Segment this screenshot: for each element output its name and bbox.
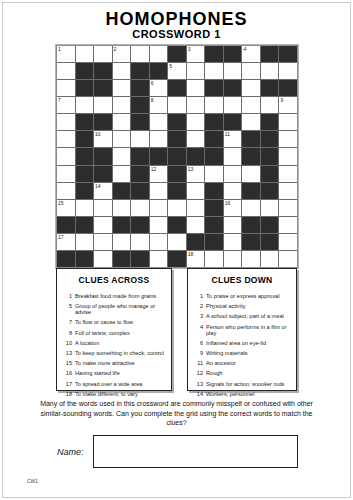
clue-number-label: 2 xyxy=(190,303,203,309)
white-cell[interactable] xyxy=(187,80,205,96)
white-cell[interactable] xyxy=(279,217,297,233)
across-clue-5: 5Group of people who manage or advise xyxy=(59,303,167,315)
black-cell xyxy=(261,183,279,199)
white-cell[interactable] xyxy=(76,97,94,113)
black-cell xyxy=(76,251,94,267)
clue-number-label: 5 xyxy=(59,303,72,315)
black-cell xyxy=(205,200,223,216)
white-cell[interactable] xyxy=(279,200,297,216)
white-cell[interactable] xyxy=(242,114,260,130)
black-cell xyxy=(187,148,205,164)
clue-text: Breakfast food made from grains xyxy=(75,293,167,299)
black-cell xyxy=(187,234,205,250)
clue-number: 6 xyxy=(151,80,154,86)
black-cell xyxy=(205,114,223,130)
down-clue-2: 2Physical activity xyxy=(190,303,292,309)
clue-number-label: 4 xyxy=(190,324,203,336)
white-cell[interactable] xyxy=(168,234,186,250)
clue-number-label: 17 xyxy=(59,381,72,387)
white-cell[interactable]: 17 xyxy=(57,234,75,250)
white-cell[interactable] xyxy=(150,217,168,233)
clue-number-label: 13 xyxy=(190,381,203,387)
white-cell[interactable]: 4 xyxy=(242,46,260,62)
down-clue-13: 13Signals for action; snooker rods xyxy=(190,381,292,387)
clues-down-panel: CLUES DOWN 1To praise or express approva… xyxy=(187,268,297,391)
white-cell[interactable]: 16 xyxy=(224,200,242,216)
white-cell[interactable] xyxy=(279,131,297,147)
white-cell[interactable]: 13 xyxy=(187,166,205,182)
white-cell[interactable] xyxy=(94,97,112,113)
clue-number-label: 11 xyxy=(190,360,203,366)
clue-text: Writing materials xyxy=(206,350,292,356)
black-cell xyxy=(242,131,260,147)
white-cell[interactable] xyxy=(279,183,297,199)
black-cell xyxy=(205,80,223,96)
across-clue-13: 13To keep something in check; control xyxy=(59,350,167,356)
white-cell[interactable] xyxy=(113,148,131,164)
clue-number: 5 xyxy=(169,63,172,69)
page-title: HOMOPHONES xyxy=(0,9,353,30)
black-cell xyxy=(94,148,112,164)
clue-text: To praise or express approval xyxy=(206,293,292,299)
black-cell xyxy=(131,97,149,113)
white-cell[interactable] xyxy=(279,148,297,164)
clue-text: Group of people who manage or advise xyxy=(75,303,167,315)
black-cell xyxy=(261,148,279,164)
white-cell[interactable] xyxy=(76,46,94,62)
white-cell[interactable] xyxy=(224,166,242,182)
white-cell[interactable] xyxy=(224,217,242,233)
white-cell[interactable] xyxy=(261,251,279,267)
white-cell[interactable] xyxy=(224,148,242,164)
white-cell[interactable]: 15 xyxy=(57,200,75,216)
white-cell[interactable] xyxy=(261,63,279,79)
clue-number-label: 15 xyxy=(59,360,72,366)
clue-text: Person who performs in a film or play xyxy=(206,324,292,336)
white-cell[interactable] xyxy=(131,234,149,250)
white-cell[interactable] xyxy=(113,114,131,130)
clue-number-label: 1 xyxy=(190,293,203,299)
white-cell[interactable] xyxy=(150,251,168,267)
black-cell xyxy=(242,217,260,233)
black-cell xyxy=(168,114,186,130)
name-input-box[interactable] xyxy=(93,435,298,468)
white-cell[interactable]: 5 xyxy=(168,63,186,79)
clue-text: An ancestor xyxy=(206,360,292,366)
clue-number-label: 13 xyxy=(59,350,72,356)
black-cell xyxy=(76,148,94,164)
clue-number: 13 xyxy=(188,166,194,172)
down-clue-4: 4Person who performs in a film or play xyxy=(190,324,292,336)
clue-number: 11 xyxy=(225,131,230,137)
clues-down-list: 1To praise or express approval2Physical … xyxy=(188,293,296,397)
black-cell xyxy=(168,131,186,147)
black-cell xyxy=(76,114,94,130)
black-cell xyxy=(261,114,279,130)
white-cell[interactable] xyxy=(187,114,205,130)
white-cell[interactable]: 11 xyxy=(224,131,242,147)
black-cell xyxy=(76,217,94,233)
black-cell xyxy=(205,46,223,62)
white-cell[interactable] xyxy=(57,166,75,182)
clue-number: 7 xyxy=(58,97,61,103)
white-cell[interactable]: 10 xyxy=(94,131,112,147)
white-cell[interactable] xyxy=(76,234,94,250)
white-cell[interactable] xyxy=(150,183,168,199)
white-cell[interactable] xyxy=(131,131,149,147)
white-cell[interactable] xyxy=(94,46,112,62)
down-clue-1: 1To praise or express approval xyxy=(190,293,292,299)
white-cell[interactable]: 2 xyxy=(113,46,131,62)
white-cell[interactable] xyxy=(279,251,297,267)
black-cell xyxy=(131,166,149,182)
across-clue-16: 16Having started life xyxy=(59,370,167,376)
black-cell xyxy=(224,114,242,130)
black-cell xyxy=(168,166,186,182)
white-cell[interactable] xyxy=(168,200,186,216)
down-clue-14: 14Workers, personnel xyxy=(190,391,292,397)
instructions-text: Many of the words used in this crossword… xyxy=(40,399,313,428)
white-cell[interactable] xyxy=(224,251,242,267)
page-subtitle: CROSSWORD 1 xyxy=(0,28,353,40)
clue-text: Physical activity xyxy=(206,303,292,309)
white-cell[interactable] xyxy=(242,200,260,216)
black-cell xyxy=(261,234,279,250)
clue-number: 1 xyxy=(58,46,61,52)
clue-number: 12 xyxy=(151,166,157,172)
white-cell[interactable] xyxy=(113,234,131,250)
white-cell[interactable] xyxy=(187,217,205,233)
clue-number: 2 xyxy=(114,46,117,52)
crossword-grid[interactable]: 123456789101112131415161718 xyxy=(56,45,298,268)
white-cell[interactable] xyxy=(242,80,260,96)
white-cell[interactable] xyxy=(57,63,75,79)
white-cell[interactable] xyxy=(150,131,168,147)
clue-number: 3 xyxy=(188,46,191,52)
white-cell[interactable] xyxy=(113,97,131,113)
white-cell[interactable]: 1 xyxy=(57,46,75,62)
clue-number-label: 6 xyxy=(190,340,203,346)
white-cell[interactable] xyxy=(57,114,75,130)
black-cell xyxy=(242,234,260,250)
black-cell xyxy=(131,251,149,267)
clue-text: Workers, personnel xyxy=(206,391,292,397)
black-cell xyxy=(131,63,149,79)
clue-number-label: 12 xyxy=(190,370,203,376)
white-cell[interactable] xyxy=(261,200,279,216)
black-cell xyxy=(76,63,94,79)
clues-down-title: CLUES DOWN xyxy=(188,275,296,285)
black-cell xyxy=(94,63,112,79)
white-cell[interactable] xyxy=(279,166,297,182)
black-cell xyxy=(205,234,223,250)
white-cell[interactable] xyxy=(279,114,297,130)
clue-number: 17 xyxy=(58,234,64,240)
white-cell[interactable] xyxy=(57,148,75,164)
black-cell xyxy=(57,251,75,267)
clue-number-label: 18 xyxy=(59,391,72,397)
clue-number-label: 10 xyxy=(59,340,72,346)
black-cell xyxy=(224,80,242,96)
white-cell[interactable] xyxy=(94,234,112,250)
white-cell[interactable] xyxy=(113,80,131,96)
black-cell xyxy=(168,251,186,267)
clue-text: Signals for action; snooker rods xyxy=(206,381,292,387)
name-label: Name: xyxy=(57,447,84,457)
white-cell[interactable]: 7 xyxy=(57,97,75,113)
black-cell xyxy=(113,251,131,267)
clue-number-label: 7 xyxy=(59,319,72,325)
black-cell xyxy=(113,217,131,233)
white-cell[interactable] xyxy=(150,46,168,62)
black-cell xyxy=(113,183,131,199)
black-cell xyxy=(150,63,168,79)
white-cell[interactable] xyxy=(187,131,205,147)
clues-across-title: CLUES ACROSS xyxy=(57,275,171,285)
white-cell[interactable] xyxy=(131,46,149,62)
white-cell[interactable] xyxy=(131,200,149,216)
white-cell[interactable] xyxy=(187,183,205,199)
black-cell xyxy=(131,114,149,130)
white-cell[interactable] xyxy=(224,234,242,250)
clue-text: To keep something in check; control xyxy=(75,350,167,356)
clues-across-panel: CLUES ACROSS 1Breakfast food made from g… xyxy=(56,268,172,391)
black-cell xyxy=(168,80,186,96)
clue-number-label: 14 xyxy=(190,391,203,397)
clue-number-label: 8 xyxy=(59,330,72,336)
clue-number: 15 xyxy=(58,200,64,206)
black-cell xyxy=(94,114,112,130)
clue-number: 14 xyxy=(95,183,101,189)
white-cell[interactable]: 14 xyxy=(94,183,112,199)
white-cell[interactable] xyxy=(224,63,242,79)
white-cell[interactable] xyxy=(150,234,168,250)
white-cell[interactable] xyxy=(57,183,75,199)
white-cell[interactable] xyxy=(76,200,94,216)
clue-number: 8 xyxy=(151,97,154,103)
clue-number-label: 9 xyxy=(190,350,203,356)
white-cell[interactable] xyxy=(242,63,260,79)
clue-text: Inflamed area on eye-lid xyxy=(206,340,292,346)
white-cell[interactable] xyxy=(224,183,242,199)
black-cell xyxy=(205,217,223,233)
white-cell[interactable] xyxy=(57,80,75,96)
black-cell xyxy=(224,46,242,62)
clue-text: Full of twists; complex xyxy=(75,330,167,336)
down-clue-6: 6Inflamed area on eye-lid xyxy=(190,340,292,346)
white-cell[interactable] xyxy=(150,200,168,216)
clue-number-label: 3 xyxy=(190,313,203,319)
clue-text: To spread over a wide area xyxy=(75,381,167,387)
black-cell xyxy=(131,183,149,199)
down-clue-3: 3A school subject; part of a meal xyxy=(190,313,292,319)
white-cell[interactable] xyxy=(205,166,223,182)
clue-text: A location xyxy=(75,340,167,346)
white-cell[interactable] xyxy=(94,251,112,267)
clue-text: To make more attractive xyxy=(75,360,167,366)
clue-number: 18 xyxy=(188,251,194,257)
white-cell[interactable]: 8 xyxy=(150,97,168,113)
white-cell[interactable]: 18 xyxy=(187,251,205,267)
black-cell xyxy=(76,166,94,182)
white-cell[interactable] xyxy=(242,166,260,182)
white-cell[interactable] xyxy=(187,63,205,79)
white-cell[interactable]: 6 xyxy=(150,80,168,96)
black-cell xyxy=(261,217,279,233)
black-cell xyxy=(279,46,297,62)
white-cell[interactable] xyxy=(113,166,131,182)
clue-number-label: 1 xyxy=(59,293,72,299)
black-cell xyxy=(261,166,279,182)
black-cell xyxy=(205,131,223,147)
across-clue-8: 8Full of twists; complex xyxy=(59,330,167,336)
white-cell[interactable] xyxy=(242,97,260,113)
across-clue-17: 17To spread over a wide area xyxy=(59,381,167,387)
clue-text: A school subject; part of a meal xyxy=(206,313,292,319)
white-cell[interactable] xyxy=(94,200,112,216)
black-cell xyxy=(94,166,112,182)
black-cell xyxy=(242,183,260,199)
clue-number: 16 xyxy=(225,200,231,206)
white-cell[interactable] xyxy=(279,234,297,250)
across-clue-18: 18To make different; to vary xyxy=(59,391,167,397)
white-cell[interactable] xyxy=(168,97,186,113)
clues-across-list: 1Breakfast food made from grains5Group o… xyxy=(57,293,171,397)
black-cell xyxy=(94,80,112,96)
black-cell xyxy=(279,80,297,96)
white-cell[interactable] xyxy=(187,97,205,113)
clue-text: To flow or cause to flow xyxy=(75,319,167,325)
black-cell xyxy=(57,217,75,233)
black-cell xyxy=(242,148,260,164)
black-cell xyxy=(205,148,223,164)
black-cell xyxy=(261,131,279,147)
across-clue-1: 1Breakfast food made from grains xyxy=(59,293,167,299)
white-cell[interactable] xyxy=(279,63,297,79)
black-cell xyxy=(76,183,94,199)
white-cell[interactable] xyxy=(205,63,223,79)
white-cell[interactable] xyxy=(113,63,131,79)
white-cell[interactable]: 9 xyxy=(279,97,297,113)
white-cell[interactable] xyxy=(242,251,260,267)
black-cell xyxy=(205,183,223,199)
black-cell xyxy=(168,148,186,164)
down-clue-11: 11An ancestor xyxy=(190,360,292,366)
black-cell xyxy=(168,217,186,233)
clue-text: Having started life xyxy=(75,370,167,376)
white-cell[interactable]: 12 xyxy=(150,166,168,182)
white-cell[interactable] xyxy=(150,114,168,130)
black-cell xyxy=(261,80,279,96)
worksheet-code: CW1 xyxy=(27,478,38,484)
black-cell xyxy=(131,217,149,233)
clue-number: 9 xyxy=(280,97,283,103)
clue-text: Rough xyxy=(206,370,292,376)
black-cell xyxy=(76,80,94,96)
across-clue-15: 15To make more attractive xyxy=(59,360,167,366)
clue-number: 10 xyxy=(95,131,101,137)
clue-number: 4 xyxy=(243,46,246,52)
black-cell xyxy=(150,148,168,164)
white-cell[interactable] xyxy=(113,131,131,147)
white-cell[interactable] xyxy=(261,97,279,113)
white-cell[interactable] xyxy=(187,200,205,216)
white-cell[interactable] xyxy=(205,97,223,113)
down-clue-12: 12Rough xyxy=(190,370,292,376)
down-clue-9: 9Writing materials xyxy=(190,350,292,356)
clue-text: To make different; to vary xyxy=(75,391,167,397)
worksheet-page: HOMOPHONES CROSSWORD 1 12345678910111213… xyxy=(0,0,353,500)
clue-number-label: 16 xyxy=(59,370,72,376)
white-cell[interactable] xyxy=(224,97,242,113)
black-cell xyxy=(168,46,186,62)
white-cell[interactable] xyxy=(205,251,223,267)
across-clue-10: 10A location xyxy=(59,340,167,346)
black-cell xyxy=(131,148,149,164)
black-cell xyxy=(76,131,94,147)
black-cell xyxy=(168,183,186,199)
white-cell[interactable] xyxy=(113,200,131,216)
black-cell xyxy=(261,46,279,62)
white-cell[interactable] xyxy=(94,217,112,233)
white-cell[interactable]: 3 xyxy=(187,46,205,62)
black-cell xyxy=(131,80,149,96)
across-clue-7: 7To flow or cause to flow xyxy=(59,319,167,325)
white-cell[interactable] xyxy=(57,131,75,147)
